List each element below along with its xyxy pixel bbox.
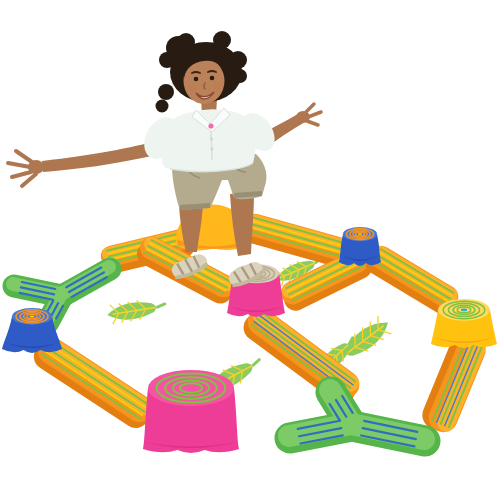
left-eye bbox=[194, 77, 199, 82]
right-eye bbox=[210, 76, 215, 81]
child-hand-left bbox=[8, 151, 44, 186]
child-hand-right bbox=[296, 104, 321, 125]
blush-left bbox=[188, 84, 196, 92]
collar-accent bbox=[208, 123, 213, 128]
blush-right bbox=[213, 82, 221, 90]
product-photo bbox=[0, 0, 500, 500]
stump-pink-large bbox=[143, 370, 239, 453]
branch-green-bottom bbox=[289, 390, 425, 446]
stump-yellow-right bbox=[431, 299, 497, 348]
stump-blue-right bbox=[339, 227, 381, 266]
leaf-1 bbox=[106, 296, 167, 324]
child-arm-left bbox=[42, 140, 162, 172]
scene-svg bbox=[0, 0, 500, 500]
